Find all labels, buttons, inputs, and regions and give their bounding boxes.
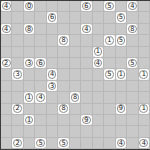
cell-r10c2[interactable]: 1 — [24, 115, 35, 126]
cell-r10c11[interactable] — [127, 115, 138, 126]
cell-r6c3[interactable] — [35, 69, 46, 80]
cell-r10c6[interactable] — [70, 115, 81, 126]
cell-r10c1[interactable] — [12, 115, 23, 126]
clue-circle: 8 — [71, 93, 80, 102]
clue-cell: 8 — [70, 92, 80, 102]
cell-r3c2[interactable] — [24, 35, 35, 46]
cell-r1c12[interactable] — [139, 12, 150, 23]
cell-r0c4[interactable] — [47, 1, 58, 12]
cell-r6c5[interactable] — [58, 69, 69, 80]
cell-r12c12[interactable]: 4 — [139, 138, 150, 149]
cell-r1c11[interactable] — [127, 12, 138, 23]
cell-r6c9[interactable]: 5 — [104, 69, 115, 80]
clue-circle: 4 — [117, 139, 126, 148]
cell-r11c3[interactable] — [35, 126, 46, 137]
cell-r1c3[interactable] — [35, 12, 46, 23]
cell-r8c6[interactable]: 8 — [70, 92, 81, 103]
cell-r3c10[interactable]: 5 — [116, 35, 127, 46]
cell-r1c1[interactable] — [12, 12, 23, 23]
cell-r3c6[interactable] — [70, 35, 81, 46]
clue-cell: 4 — [1, 1, 11, 11]
cell-r9c6[interactable] — [70, 104, 81, 115]
clue-cell: 1 — [104, 35, 114, 45]
cell-r9c5[interactable]: 8 — [58, 104, 69, 115]
cell-r11c2[interactable] — [24, 126, 35, 137]
cell-r0c9[interactable]: 5 — [104, 1, 115, 12]
cell-r11c8[interactable] — [93, 126, 104, 137]
clue-cell: 5 — [116, 35, 126, 45]
clue-cell: 8 — [24, 24, 34, 34]
cell-r7c3[interactable] — [35, 81, 46, 92]
puzzle-board: 4065465484881512364534511314828911925544 — [0, 0, 150, 150]
cell-r4c1[interactable] — [12, 47, 23, 58]
cell-r10c8[interactable] — [93, 115, 104, 126]
cell-r6c12[interactable]: 1 — [139, 69, 150, 80]
clue-circle: 6 — [82, 2, 91, 11]
clue-circle: 9 — [82, 116, 91, 125]
clue-cell: 0 — [24, 1, 34, 11]
cell-r1c4[interactable]: 6 — [47, 12, 58, 23]
cell-r1c6[interactable] — [70, 12, 81, 23]
cell-r6c4[interactable]: 4 — [47, 69, 58, 80]
clue-cell: 1 — [139, 104, 149, 114]
cell-r11c0[interactable] — [1, 126, 12, 137]
cell-r7c12[interactable] — [139, 81, 150, 92]
cell-r7c6[interactable] — [70, 81, 81, 92]
cell-r5c9[interactable] — [104, 58, 115, 69]
cell-r8c0[interactable] — [1, 92, 12, 103]
clue-circle: 5 — [128, 59, 137, 68]
clue-cell: 9 — [116, 104, 126, 114]
clue-circle: 5 — [105, 2, 114, 11]
clue-cell: 1 — [139, 69, 149, 79]
cell-r2c4[interactable] — [47, 24, 58, 35]
clue-cell: 4 — [116, 138, 126, 148]
cell-r0c3[interactable] — [35, 1, 46, 12]
cell-r4c10[interactable] — [116, 47, 127, 58]
cell-r9c2[interactable] — [24, 104, 35, 115]
cell-r10c9[interactable] — [104, 115, 115, 126]
cell-r5c12[interactable] — [139, 58, 150, 69]
cell-r11c1[interactable] — [12, 126, 23, 137]
cell-r2c1[interactable] — [12, 24, 23, 35]
cell-r9c3[interactable] — [35, 104, 46, 115]
cell-r7c1[interactable] — [12, 81, 23, 92]
cell-r6c0[interactable] — [1, 69, 12, 80]
cell-r9c12[interactable]: 1 — [139, 104, 150, 115]
clue-circle: 4 — [36, 93, 45, 102]
cell-r3c12[interactable] — [139, 35, 150, 46]
clue-circle: 4 — [2, 25, 11, 34]
cell-r4c7[interactable] — [81, 47, 92, 58]
clue-cell: 4 — [139, 138, 149, 148]
cell-r0c1[interactable] — [12, 1, 23, 12]
cell-r5c7[interactable] — [81, 58, 92, 69]
cell-r6c8[interactable] — [93, 69, 104, 80]
cell-r7c11[interactable] — [127, 81, 138, 92]
cell-r5c0[interactable]: 2 — [1, 58, 12, 69]
cell-r10c10[interactable] — [116, 115, 127, 126]
cell-r4c3[interactable] — [35, 47, 46, 58]
clue-cell: 4 — [1, 24, 11, 34]
clue-circle: 1 — [25, 93, 34, 102]
cell-r0c0[interactable]: 4 — [1, 1, 12, 12]
cell-r2c7[interactable]: 4 — [81, 24, 92, 35]
cell-r9c11[interactable] — [127, 104, 138, 115]
cell-r6c10[interactable]: 1 — [116, 69, 127, 80]
cell-r4c0[interactable] — [1, 47, 12, 58]
cell-r9c9[interactable] — [104, 104, 115, 115]
cell-r1c8[interactable] — [93, 12, 104, 23]
cell-r2c3[interactable] — [35, 24, 46, 35]
cell-r7c5[interactable] — [58, 81, 69, 92]
cell-r0c11[interactable]: 4 — [127, 1, 138, 12]
cell-r7c0[interactable] — [1, 81, 12, 92]
cell-r4c6[interactable] — [70, 47, 81, 58]
cell-r7c8[interactable] — [93, 81, 104, 92]
clue-cell: 1 — [116, 69, 126, 79]
cell-r7c4[interactable]: 3 — [47, 81, 58, 92]
cell-r4c4[interactable] — [47, 47, 58, 58]
cell-r3c3[interactable] — [35, 35, 46, 46]
cell-r8c5[interactable] — [58, 92, 69, 103]
cell-r12c5[interactable]: 5 — [58, 138, 69, 149]
clue-circle: 8 — [128, 25, 137, 34]
clue-circle: 5 — [105, 70, 114, 79]
cell-r11c12[interactable] — [139, 126, 150, 137]
cell-r12c8[interactable] — [93, 138, 104, 149]
cell-r11c7[interactable] — [81, 126, 92, 137]
clue-cell: 4 — [35, 92, 45, 102]
cell-r8c9[interactable] — [104, 92, 115, 103]
clue-circle: 3 — [48, 82, 57, 91]
clue-circle: 2 — [2, 59, 11, 68]
cell-r0c8[interactable] — [93, 1, 104, 12]
clue-circle: 4 — [2, 2, 11, 11]
cell-r11c11[interactable] — [127, 126, 138, 137]
clue-circle: 5 — [36, 139, 45, 148]
cell-r3c5[interactable]: 8 — [58, 35, 69, 46]
cell-r5c4[interactable] — [47, 58, 58, 69]
cell-r12c10[interactable]: 4 — [116, 138, 127, 149]
clue-cell: 4 — [127, 1, 137, 11]
clue-circle: 8 — [25, 25, 34, 34]
cell-r1c0[interactable] — [1, 12, 12, 23]
cell-r7c9[interactable] — [104, 81, 115, 92]
clue-circle: 4 — [48, 70, 57, 79]
clue-cell: 5 — [104, 69, 114, 79]
cell-r12c7[interactable] — [81, 138, 92, 149]
cell-r8c1[interactable] — [12, 92, 23, 103]
cell-r8c4[interactable] — [47, 92, 58, 103]
cell-r8c2[interactable]: 1 — [24, 92, 35, 103]
cell-r4c8[interactable]: 1 — [93, 47, 104, 58]
cell-r2c12[interactable] — [139, 24, 150, 35]
cell-r1c5[interactable] — [58, 12, 69, 23]
clue-cell: 6 — [81, 1, 91, 11]
cell-r9c4[interactable] — [47, 104, 58, 115]
clue-circle: 8 — [59, 36, 68, 45]
cell-r0c10[interactable] — [116, 1, 127, 12]
clue-circle: 1 — [117, 70, 126, 79]
cell-r8c7[interactable] — [81, 92, 92, 103]
clue-circle: 4 — [82, 25, 91, 34]
cell-r0c2[interactable]: 0 — [24, 1, 35, 12]
clue-cell: 5 — [104, 1, 114, 11]
clue-circle: 1 — [105, 36, 114, 45]
cell-r2c6[interactable] — [70, 24, 81, 35]
cell-r10c7[interactable]: 9 — [81, 115, 92, 126]
cell-r10c12[interactable] — [139, 115, 150, 126]
clue-cell: 1 — [24, 92, 34, 102]
clue-circle: 4 — [94, 59, 103, 68]
cell-r8c11[interactable] — [127, 92, 138, 103]
cell-r12c11[interactable] — [127, 138, 138, 149]
clue-cell: 2 — [12, 138, 22, 148]
cell-r3c0[interactable] — [1, 35, 12, 46]
cell-r12c3[interactable]: 5 — [35, 138, 46, 149]
cell-r11c9[interactable] — [104, 126, 115, 137]
cell-r12c9[interactable] — [104, 138, 115, 149]
clue-circle: 9 — [117, 104, 126, 113]
cell-r11c10[interactable] — [116, 126, 127, 137]
clue-circle: 5 — [59, 139, 68, 148]
cell-r3c7[interactable] — [81, 35, 92, 46]
clue-cell: 9 — [81, 115, 91, 125]
clue-circle: 4 — [128, 2, 137, 11]
cell-r5c5[interactable] — [58, 58, 69, 69]
cell-r12c1[interactable]: 2 — [12, 138, 23, 149]
clue-circle: 1 — [25, 116, 34, 125]
cell-r3c4[interactable] — [47, 35, 58, 46]
cell-r11c6[interactable] — [70, 126, 81, 137]
clue-circle: 2 — [13, 139, 22, 148]
cell-r0c12[interactable] — [139, 1, 150, 12]
clue-circle: 3 — [25, 59, 34, 68]
clue-circle: 1 — [139, 104, 148, 113]
cell-r11c4[interactable] — [47, 126, 58, 137]
cell-r5c8[interactable]: 4 — [93, 58, 104, 69]
cell-r5c3[interactable]: 6 — [35, 58, 46, 69]
cell-r6c7[interactable] — [81, 69, 92, 80]
cell-r4c12[interactable] — [139, 47, 150, 58]
cell-r10c3[interactable] — [35, 115, 46, 126]
cell-r8c12[interactable] — [139, 92, 150, 103]
cell-r10c4[interactable] — [47, 115, 58, 126]
clue-cell: 6 — [35, 58, 45, 68]
cell-r9c1[interactable]: 2 — [12, 104, 23, 115]
cell-r2c8[interactable] — [93, 24, 104, 35]
clue-cell: 2 — [1, 58, 11, 68]
cell-r10c0[interactable] — [1, 115, 12, 126]
clue-circle: 5 — [117, 13, 126, 22]
cell-r1c7[interactable] — [81, 12, 92, 23]
clue-cell: 8 — [127, 24, 137, 34]
cell-r4c2[interactable] — [24, 47, 35, 58]
clue-cell: 6 — [47, 12, 57, 22]
cell-r9c8[interactable] — [93, 104, 104, 115]
cell-r6c11[interactable] — [127, 69, 138, 80]
clue-cell: 4 — [93, 58, 103, 68]
clue-circle: 4 — [139, 139, 148, 148]
cell-r6c6[interactable] — [70, 69, 81, 80]
cell-r8c10[interactable] — [116, 92, 127, 103]
cell-r1c10[interactable]: 5 — [116, 12, 127, 23]
cell-r2c10[interactable] — [116, 24, 127, 35]
clue-circle: 2 — [13, 104, 22, 113]
cell-r4c9[interactable] — [104, 47, 115, 58]
puzzle-screenshot: 4065465484881512364534511314828911925544 — [0, 0, 150, 150]
cell-r1c9[interactable] — [104, 12, 115, 23]
cell-r12c4[interactable] — [47, 138, 58, 149]
cell-r10c5[interactable] — [58, 115, 69, 126]
cell-r1c2[interactable] — [24, 12, 35, 23]
cell-r5c1[interactable] — [12, 58, 23, 69]
clue-circle: 8 — [59, 104, 68, 113]
clue-cell: 5 — [58, 138, 68, 148]
cell-r9c0[interactable] — [1, 104, 12, 115]
cell-r6c1[interactable]: 3 — [12, 69, 23, 80]
cell-r0c5[interactable] — [58, 1, 69, 12]
clue-circle: 1 — [94, 47, 103, 56]
cell-r0c7[interactable]: 6 — [81, 1, 92, 12]
clue-cell: 5 — [127, 58, 137, 68]
cell-r3c1[interactable] — [12, 35, 23, 46]
cell-r0c6[interactable] — [70, 1, 81, 12]
clue-cell: 3 — [24, 58, 34, 68]
clue-circle: 1 — [139, 70, 148, 79]
cell-r5c2[interactable]: 3 — [24, 58, 35, 69]
cell-r12c2[interactable] — [24, 138, 35, 149]
cell-r9c10[interactable]: 9 — [116, 104, 127, 115]
cell-r8c3[interactable]: 4 — [35, 92, 46, 103]
cell-r4c11[interactable] — [127, 47, 138, 58]
clue-cell: 4 — [47, 69, 57, 79]
clue-circle: 0 — [25, 2, 34, 11]
cell-r2c0[interactable]: 4 — [1, 24, 12, 35]
cell-r2c9[interactable] — [104, 24, 115, 35]
clue-cell: 5 — [116, 12, 126, 22]
cell-r9c7[interactable] — [81, 104, 92, 115]
cell-r7c2[interactable] — [24, 81, 35, 92]
clue-circle: 6 — [48, 13, 57, 22]
cell-r5c11[interactable]: 5 — [127, 58, 138, 69]
cell-r2c5[interactable] — [58, 24, 69, 35]
clue-cell: 2 — [12, 104, 22, 114]
clue-cell: 3 — [47, 81, 57, 91]
clue-cell: 4 — [81, 24, 91, 34]
cell-r3c9[interactable]: 1 — [104, 35, 115, 46]
clue-cell: 3 — [12, 69, 22, 79]
cell-r6c2[interactable] — [24, 69, 35, 80]
clue-circle: 6 — [36, 59, 45, 68]
clue-cell: 1 — [24, 115, 34, 125]
cell-r5c6[interactable] — [70, 58, 81, 69]
cell-r12c6[interactable] — [70, 138, 81, 149]
cell-r2c11[interactable]: 8 — [127, 24, 138, 35]
cell-r7c10[interactable] — [116, 81, 127, 92]
cell-r3c8[interactable] — [93, 35, 104, 46]
cell-r3c11[interactable] — [127, 35, 138, 46]
clue-cell: 1 — [93, 47, 103, 57]
clue-circle: 5 — [117, 36, 126, 45]
clue-circle: 3 — [13, 70, 22, 79]
cell-r8c8[interactable] — [93, 92, 104, 103]
clue-cell: 8 — [58, 35, 68, 45]
cell-r12c0[interactable] — [1, 138, 12, 149]
cell-r2c2[interactable]: 8 — [24, 24, 35, 35]
clue-cell: 5 — [35, 138, 45, 148]
cell-r11c5[interactable] — [58, 126, 69, 137]
cell-r4c5[interactable] — [58, 47, 69, 58]
cell-r7c7[interactable] — [81, 81, 92, 92]
clue-cell: 8 — [58, 104, 68, 114]
cell-r5c10[interactable] — [116, 58, 127, 69]
